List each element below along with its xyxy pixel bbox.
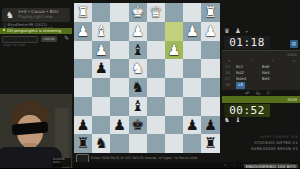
square-f2[interactable] bbox=[110, 22, 128, 41]
square-e7[interactable]: ♚ bbox=[129, 116, 147, 135]
square-b2[interactable]: ♟ bbox=[183, 22, 201, 41]
stream-alert: HAPPY CHAPPIE SUB bbox=[244, 135, 298, 139]
square-c7[interactable] bbox=[165, 116, 183, 135]
player-bar-black[interactable]: GM penguingim1 3049 bbox=[222, 96, 300, 103]
stream-alerts: HAPPY CHAPPIE SUBSTOCKVIS GIFTED X1XAMAX… bbox=[244, 135, 298, 169]
analysis-board-button[interactable]: ▤ bbox=[290, 40, 298, 48]
nameplate-line2: Bullet bbox=[53, 161, 71, 164]
resign-button[interactable]: ⚐ bbox=[266, 90, 276, 96]
black-pawn-icon[interactable]: ♟ bbox=[110, 116, 128, 135]
square-a1[interactable]: ♜ bbox=[201, 3, 219, 22]
square-d6[interactable] bbox=[147, 97, 165, 116]
square-d5[interactable] bbox=[147, 78, 165, 97]
chess-board[interactable]: ♜♚♛♜♟♝♟♟♟♟♝♟♟♞♞♝♟♟♚♟♟♜♞♜ bbox=[74, 3, 220, 153]
square-h4[interactable] bbox=[74, 59, 92, 78]
square-h2[interactable]: ♟ bbox=[74, 22, 92, 41]
move-list-panel: « ‹ › » 15Rc1Be616Nd2Ne517Nde4Be318c3 bbox=[222, 57, 300, 90]
square-f7[interactable]: ♟ bbox=[110, 116, 128, 135]
black-king-icon[interactable]: ♚ bbox=[129, 116, 147, 135]
square-d8[interactable] bbox=[147, 134, 165, 153]
keyboard-help-text: Enter SAN (Nc3) or UCI (b1c3) moves, or … bbox=[91, 156, 197, 160]
square-f4[interactable] bbox=[110, 59, 128, 78]
takeback-button[interactable]: ↶ bbox=[245, 90, 255, 96]
square-e8[interactable] bbox=[129, 134, 147, 153]
black-pawn-icon[interactable]: ♟ bbox=[92, 59, 110, 78]
black-rook-icon[interactable]: ♜ bbox=[201, 134, 219, 153]
square-b7[interactable]: ♟ bbox=[183, 116, 201, 135]
black-bishop-icon[interactable]: ♝ bbox=[129, 97, 147, 116]
square-b6[interactable] bbox=[183, 97, 201, 116]
player-black-rating: 3049 bbox=[287, 96, 297, 103]
black-pawn-icon[interactable]: ♟ bbox=[74, 116, 92, 135]
white-pawn-icon[interactable]: ♟ bbox=[183, 22, 201, 41]
square-a2[interactable]: ♟ bbox=[201, 22, 219, 41]
white-rook-icon[interactable]: ♜ bbox=[201, 3, 219, 22]
stream-alert: STOCKVIS GIFTED X1 bbox=[244, 141, 298, 145]
black-pawn-icon[interactable]: ♟ bbox=[201, 116, 219, 135]
square-g2[interactable]: ♝ bbox=[92, 22, 110, 41]
square-h5[interactable] bbox=[74, 78, 92, 97]
square-b8[interactable] bbox=[183, 134, 201, 153]
chevron-down-icon[interactable]: ▾ bbox=[246, 29, 250, 34]
login-button[interactable]: LOGIN bbox=[41, 36, 57, 43]
move-row: 18c3 bbox=[222, 82, 300, 88]
square-d7[interactable] bbox=[147, 116, 165, 135]
square-a3[interactable] bbox=[201, 41, 219, 60]
square-h1[interactable]: ♜ bbox=[74, 3, 92, 22]
draw-offer-button[interactable]: ½ bbox=[255, 90, 266, 96]
black-rook-icon[interactable]: ♜ bbox=[74, 134, 92, 153]
square-g8[interactable]: ♞ bbox=[92, 134, 110, 153]
square-f6[interactable] bbox=[110, 97, 128, 116]
square-d3[interactable] bbox=[147, 41, 165, 60]
move-white[interactable]: c3 bbox=[236, 82, 245, 88]
black-knight-icon[interactable]: ♞ bbox=[92, 134, 110, 153]
square-f1[interactable] bbox=[110, 3, 128, 22]
streaming-banner[interactable]: GM penguingim1 is streaming bbox=[0, 28, 72, 34]
clock-black: 00:52 bbox=[224, 104, 270, 117]
square-g1[interactable] bbox=[92, 3, 110, 22]
game-status: Playing right now bbox=[18, 15, 53, 20]
square-a5[interactable] bbox=[201, 78, 219, 97]
square-c6[interactable] bbox=[165, 97, 183, 116]
square-b1[interactable] bbox=[183, 3, 201, 22]
black-pawn-icon[interactable]: ♟ bbox=[183, 116, 201, 135]
move-nav-arrows[interactable]: « ‹ › » bbox=[228, 58, 300, 63]
white-pawn-icon[interactable]: ♟ bbox=[129, 22, 147, 41]
notes-pencil-icon[interactable]: ✎ bbox=[64, 34, 69, 41]
square-c1[interactable] bbox=[165, 3, 183, 22]
square-c3[interactable]: ♟ bbox=[165, 41, 183, 60]
square-f3[interactable] bbox=[110, 41, 128, 60]
black-knight-icon[interactable]: ♞ bbox=[129, 78, 147, 97]
square-c2[interactable] bbox=[165, 22, 183, 41]
white-bishop-icon[interactable]: ♝ bbox=[92, 22, 110, 41]
streaming-banner-label: GM penguingim1 is streaming bbox=[7, 29, 61, 33]
square-c5[interactable] bbox=[165, 78, 183, 97]
square-a4[interactable] bbox=[201, 59, 219, 78]
square-g7[interactable] bbox=[92, 116, 110, 135]
square-g3[interactable]: ♟ bbox=[92, 41, 110, 60]
square-h8[interactable]: ♜ bbox=[74, 134, 92, 153]
square-b3[interactable] bbox=[183, 41, 201, 60]
square-h7[interactable]: ♟ bbox=[74, 116, 92, 135]
square-a7[interactable]: ♟ bbox=[201, 116, 219, 135]
square-g5[interactable] bbox=[92, 78, 110, 97]
square-d4[interactable] bbox=[147, 59, 165, 78]
captured-queen-pawn-icons: ♛ ♟ bbox=[224, 27, 242, 35]
square-d2[interactable] bbox=[147, 22, 165, 41]
square-c8[interactable] bbox=[165, 134, 183, 153]
white-pawn-icon[interactable]: ♟ bbox=[74, 22, 92, 41]
white-pawn-icon[interactable]: ♟ bbox=[201, 22, 219, 41]
webcam-overlay: Blindfold Bullet bbox=[0, 94, 72, 168]
webcam-nameplate: Blindfold Bullet bbox=[52, 158, 71, 167]
white-queen-icon[interactable]: ♛ bbox=[147, 3, 165, 22]
square-h3[interactable] bbox=[74, 41, 92, 60]
square-e6[interactable]: ♝ bbox=[129, 97, 147, 116]
white-rook-icon[interactable]: ♜ bbox=[74, 3, 92, 22]
stream-alert: XAMAX2000 RESUB X1 bbox=[244, 147, 298, 151]
square-f8[interactable] bbox=[110, 134, 128, 153]
square-d1[interactable]: ♛ bbox=[147, 3, 165, 22]
black-bishop-icon[interactable]: ♝ bbox=[129, 41, 147, 60]
game-info-card: ♞ 3+0 • Casual • Blitz Playing right now bbox=[2, 8, 70, 22]
square-b4[interactable] bbox=[183, 59, 201, 78]
move-number: 18 bbox=[225, 82, 230, 88]
square-b5[interactable] bbox=[183, 78, 201, 97]
stream-page: ♞ 3+0 • Casual • Blitz Playing right now… bbox=[0, 0, 300, 168]
square-g4[interactable]: ♟ bbox=[92, 59, 110, 78]
game-action-buttons: ↶½⚐ bbox=[222, 90, 300, 96]
square-c4[interactable] bbox=[165, 59, 183, 78]
lichess-knight-logo-icon: ♞ bbox=[6, 8, 14, 22]
stream-alert: ENKOUDERINO 100 BITS bbox=[244, 164, 298, 169]
square-a6[interactable] bbox=[201, 97, 219, 116]
white-pawn-icon[interactable]: ♟ bbox=[165, 41, 183, 60]
square-e5[interactable]: ♞ bbox=[129, 78, 147, 97]
captured-pieces-bottom: ♞ ♝ bbox=[224, 116, 242, 124]
square-e1[interactable]: ♚ bbox=[129, 3, 147, 22]
white-knight-icon[interactable]: ♞ bbox=[129, 59, 147, 78]
chat-hint: Login to chat bbox=[3, 43, 25, 47]
square-a8[interactable]: ♜ bbox=[201, 134, 219, 153]
square-e2[interactable]: ♟ bbox=[129, 22, 147, 41]
square-e4[interactable]: ♞ bbox=[129, 59, 147, 78]
player-bar-white[interactable]: BlindTester99 2311 bbox=[222, 50, 300, 57]
captured-pieces-top: ♛ ♟ ▾ bbox=[224, 27, 249, 35]
square-g6[interactable] bbox=[92, 97, 110, 116]
white-king-icon[interactable]: ♚ bbox=[129, 3, 147, 22]
chat-input[interactable] bbox=[2, 36, 38, 44]
square-e3[interactable]: ♝ bbox=[129, 41, 147, 60]
square-f5[interactable] bbox=[110, 78, 128, 97]
live-dot-icon bbox=[3, 29, 5, 31]
white-pawn-icon[interactable]: ♟ bbox=[92, 41, 110, 60]
square-h6[interactable] bbox=[74, 97, 92, 116]
clock-white: 01:18 bbox=[224, 36, 270, 49]
